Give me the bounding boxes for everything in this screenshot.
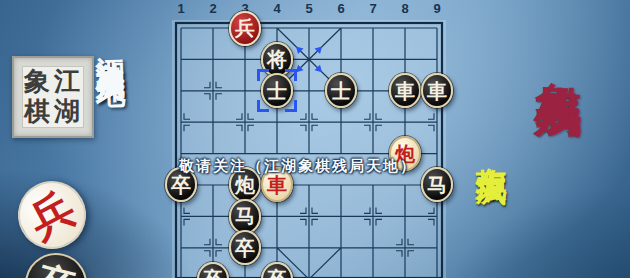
piece-black-士[interactable]: 士 (261, 73, 293, 108)
seal-char: 江 (52, 66, 82, 96)
selection-bracket (285, 100, 297, 112)
piece-black-車[interactable]: 車 (389, 73, 421, 108)
seal-char: 湖 (52, 96, 82, 126)
piece-black-卒[interactable]: 卒 (261, 262, 293, 278)
selection-bracket (257, 69, 269, 81)
piece-black-卒[interactable]: 卒 (197, 262, 229, 278)
decorative-red-soldier-piece: 兵 (6, 169, 98, 261)
right-vertical-subtitle: 车炮太疯 (474, 142, 509, 278)
xiangqi-board[interactable]: 兵将士士車車炮卒炮車马马卒卒卒 (165, 12, 453, 278)
seal-char: 棋 (22, 96, 52, 126)
xiangqi-puzzle-screenshot: { "game": "xiangqi", "board": { "column_… (0, 0, 630, 278)
river-watermark-text: 敬请关注（江湖象棋残局天地） (179, 157, 451, 176)
right-vertical-title: 象棋残局 (530, 44, 587, 278)
selection-bracket (257, 100, 269, 112)
piece-black-車[interactable]: 車 (421, 73, 453, 108)
left-vertical-title: 江湖象棋残局天地 (93, 34, 134, 278)
piece-black-卒[interactable]: 卒 (229, 230, 261, 265)
selection-bracket (285, 69, 297, 81)
jianghu-xiangqi-seal: 象 江 棋 湖 (12, 56, 94, 138)
piece-black-士[interactable]: 士 (325, 73, 357, 108)
piece-red-兵[interactable]: 兵 (229, 11, 261, 46)
seal-char: 象 (22, 66, 52, 96)
piece-black-马[interactable]: 马 (229, 199, 261, 234)
decorative-black-soldier-piece: 卒 (18, 246, 93, 278)
